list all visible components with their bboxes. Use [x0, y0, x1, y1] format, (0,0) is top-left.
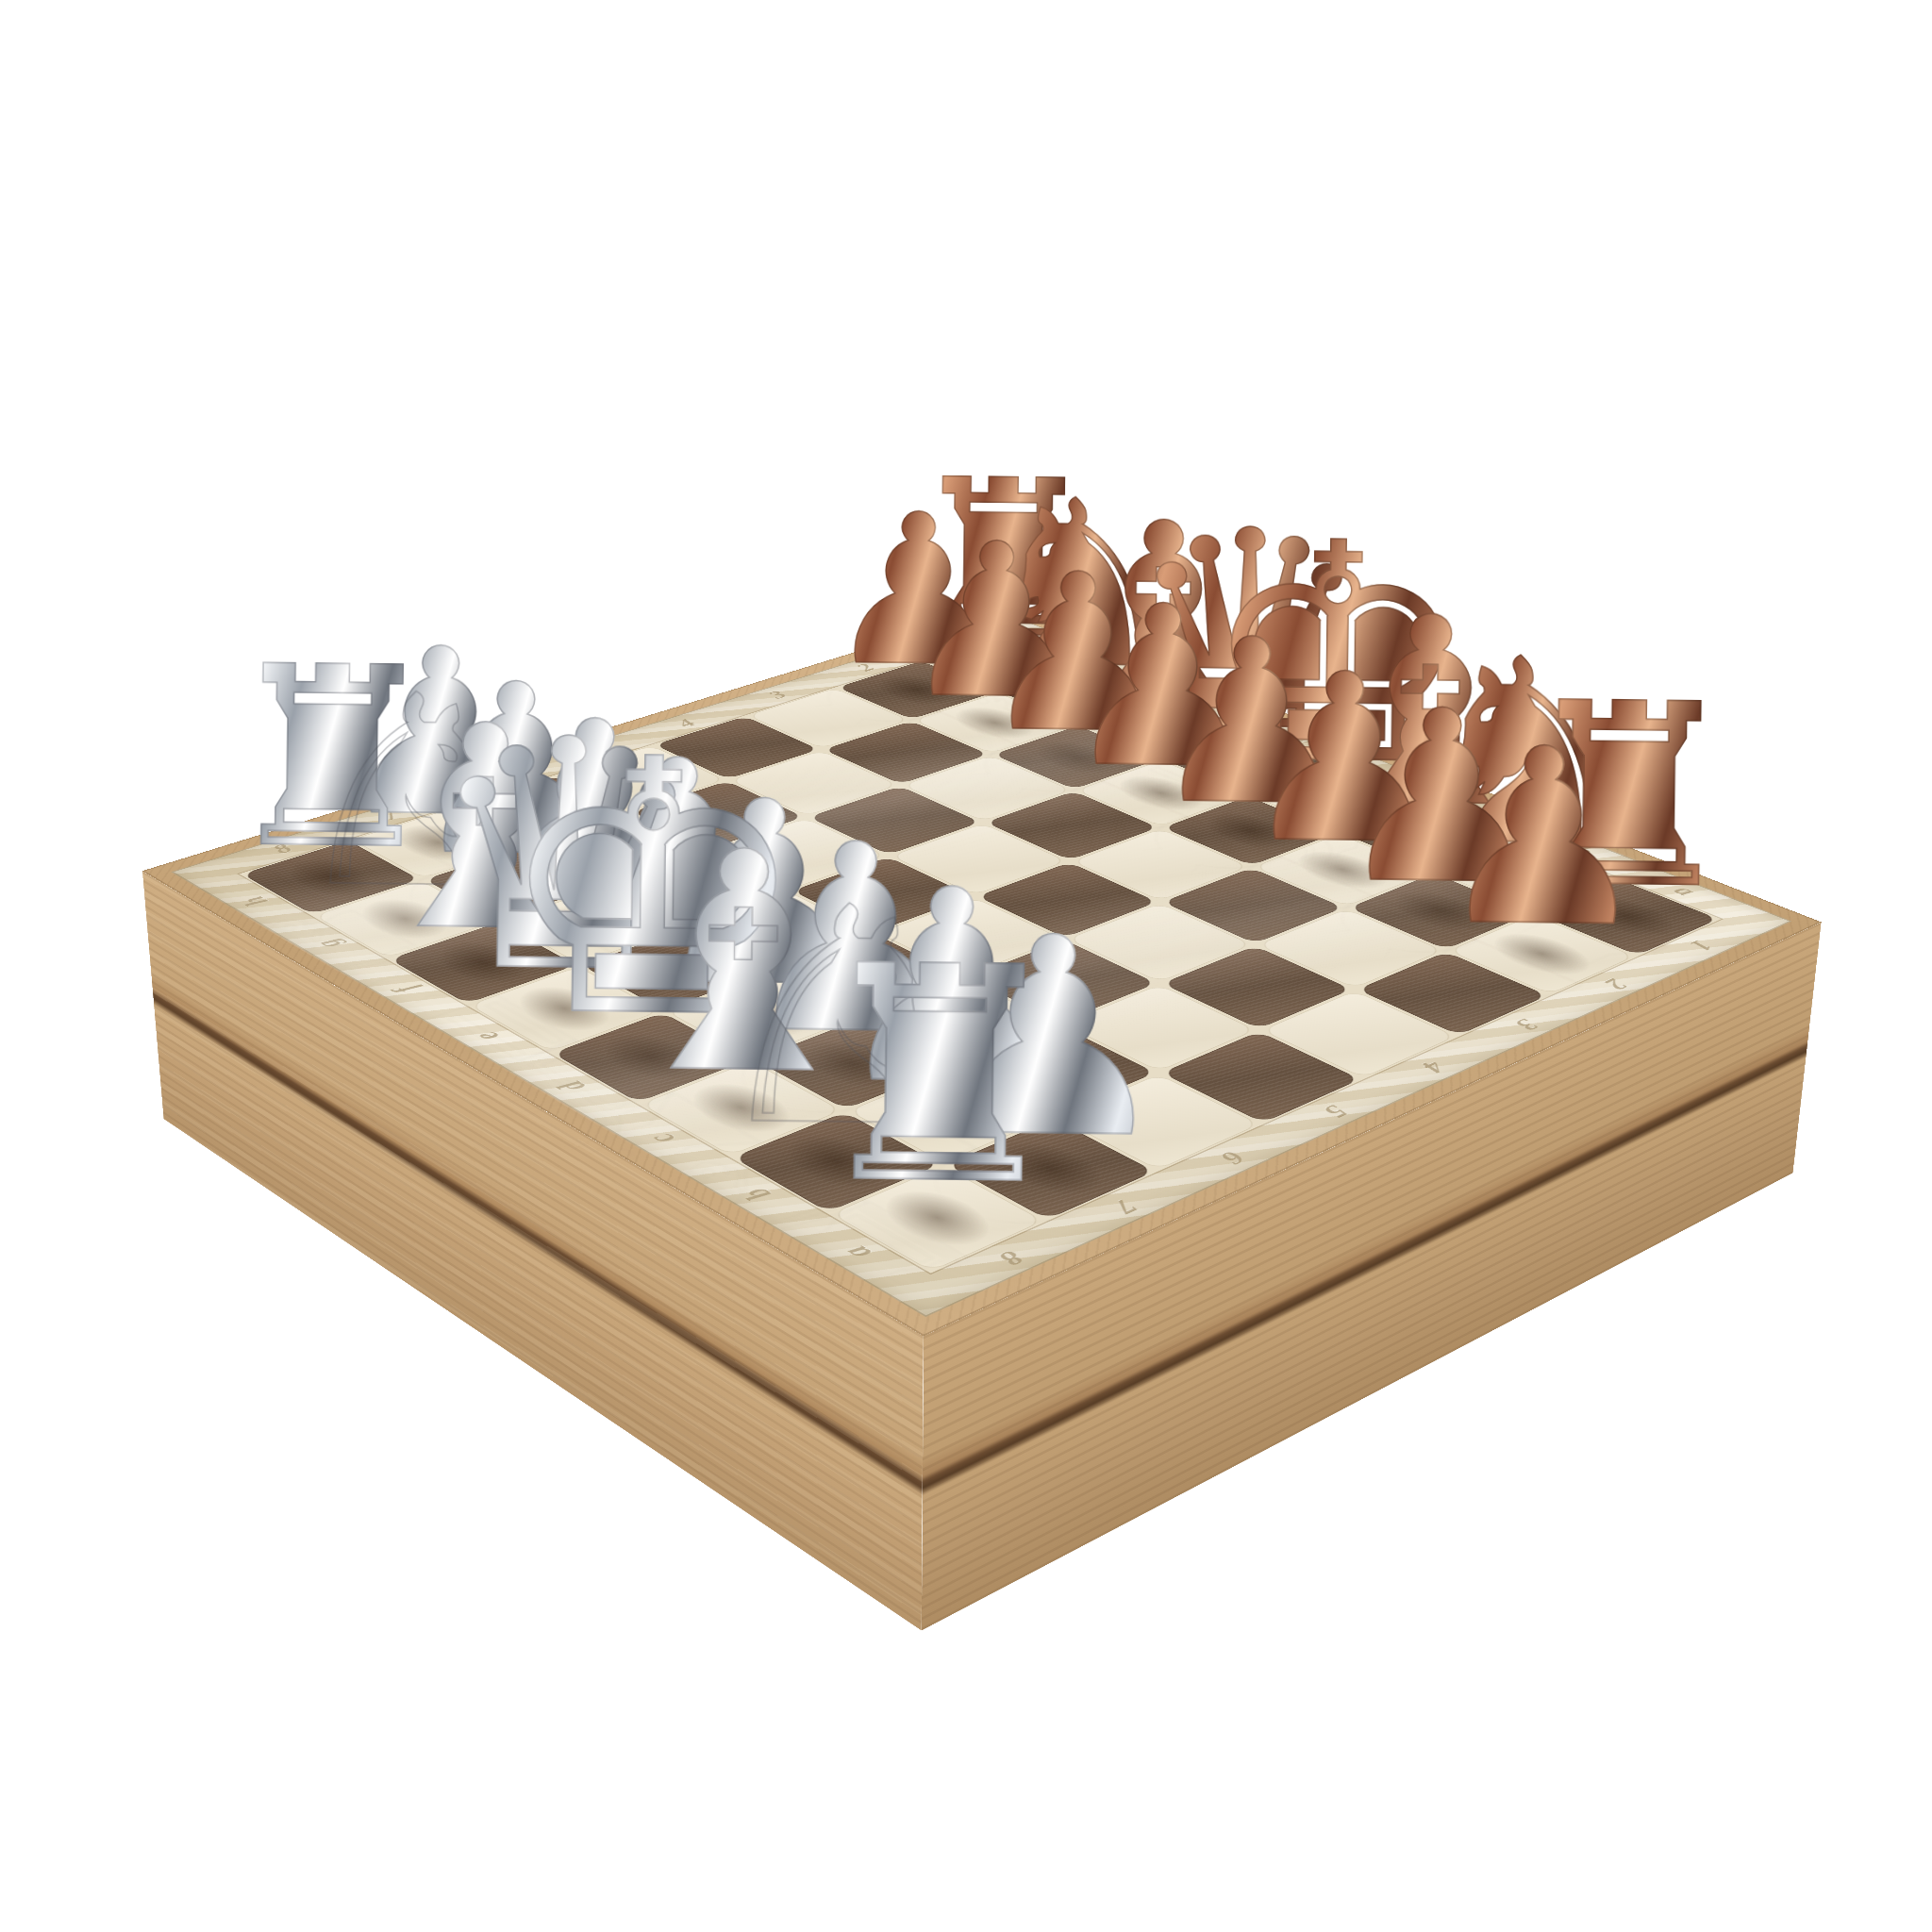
perspective-stage: hh11gg22ff33ee44dd55cc66bb77aa88 ♜♞♝♛♚♝♞… [0, 0, 1932, 1932]
chess-box: hh11gg22ff33ee44dd55cc66bb77aa88 ♜♞♝♛♚♝♞… [142, 605, 1822, 1336]
camera-tilt: hh11gg22ff33ee44dd55cc66bb77aa88 ♜♞♝♛♚♝♞… [0, 0, 1932, 1932]
piece-glyph: ♟ [1433, 722, 1654, 955]
piece-glyph: ♜ [805, 934, 1074, 1219]
product-photo-scene: hh11gg22ff33ee44dd55cc66bb77aa88 ♜♞♝♛♚♝♞… [0, 0, 1932, 1932]
